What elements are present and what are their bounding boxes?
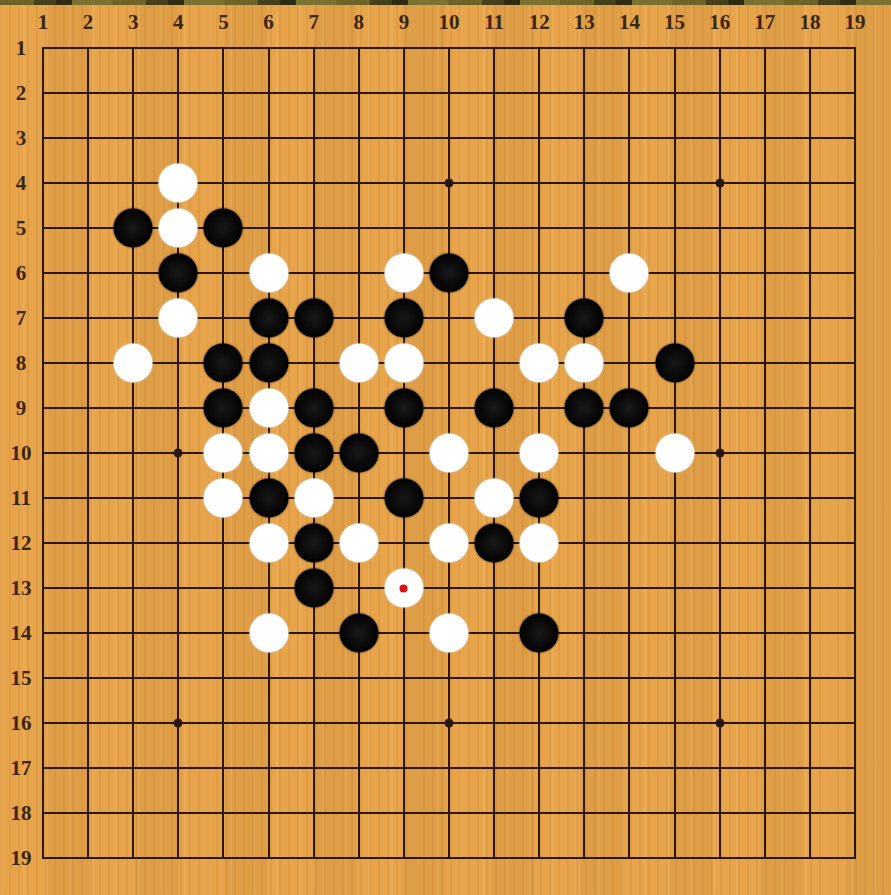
grid-cell <box>313 92 358 137</box>
grid-cell <box>403 92 448 137</box>
column-label-11: 11 <box>484 12 504 33</box>
grid-cell <box>583 767 628 812</box>
row-label-10: 10 <box>11 443 32 464</box>
grid-cell <box>674 812 719 857</box>
grid-cell <box>674 137 719 182</box>
grid-cell <box>809 182 854 227</box>
row-label-5: 5 <box>16 218 27 239</box>
star-point-16-10 <box>715 449 724 458</box>
grid-cell <box>177 632 222 677</box>
column-label-13: 13 <box>574 12 595 33</box>
grid-cell <box>42 722 87 767</box>
grid-cell <box>583 137 628 182</box>
grid-cell <box>132 47 177 92</box>
grid-cell <box>313 182 358 227</box>
stone-white-12-10[interactable] <box>520 434 559 473</box>
grid-cell <box>177 542 222 587</box>
grid-cell <box>809 677 854 722</box>
grid-cell <box>403 722 448 767</box>
column-label-1: 1 <box>38 12 49 33</box>
grid-cell <box>719 767 764 812</box>
star-point-10-16 <box>445 719 454 728</box>
grid-cell <box>809 632 854 677</box>
row-label-9: 9 <box>16 398 27 419</box>
grid-cell <box>313 812 358 857</box>
stone-white-6-14[interactable] <box>249 614 288 653</box>
stone-black-8-10[interactable] <box>339 434 378 473</box>
column-label-15: 15 <box>664 12 685 33</box>
grid-cell <box>809 227 854 272</box>
star-point-4-10 <box>174 449 183 458</box>
column-label-14: 14 <box>619 12 640 33</box>
column-label-2: 2 <box>83 12 94 33</box>
column-label-17: 17 <box>754 12 775 33</box>
grid-cell <box>583 182 628 227</box>
grid-cell <box>809 452 854 497</box>
stone-black-11-12[interactable] <box>475 524 514 563</box>
grid-cell <box>583 722 628 767</box>
grid-cell <box>268 677 313 722</box>
grid-cell <box>719 272 764 317</box>
grid-cell <box>583 542 628 587</box>
stone-white-7-11[interactable] <box>294 479 333 518</box>
stone-white-6-6[interactable] <box>249 254 288 293</box>
grid-cell <box>87 137 132 182</box>
grid-cell <box>719 812 764 857</box>
grid-cell <box>448 47 493 92</box>
grid-cell <box>583 587 628 632</box>
grid-cell <box>719 587 764 632</box>
grid-cell <box>222 47 267 92</box>
column-label-6: 6 <box>263 12 274 33</box>
grid-cell <box>448 677 493 722</box>
stone-black-14-9[interactable] <box>610 389 649 428</box>
grid-cell <box>87 812 132 857</box>
grid-cell <box>42 362 87 407</box>
grid-cell <box>764 227 809 272</box>
grid-cell <box>628 812 673 857</box>
stone-white-6-9[interactable] <box>249 389 288 428</box>
row-label-17: 17 <box>11 758 32 779</box>
stone-white-4-5[interactable] <box>159 209 198 248</box>
grid-cell <box>809 47 854 92</box>
grid-cell <box>809 812 854 857</box>
grid-cell <box>403 812 448 857</box>
grid-cell <box>583 452 628 497</box>
grid-cell <box>809 722 854 767</box>
grid-cell <box>719 182 764 227</box>
grid-cell <box>87 632 132 677</box>
grid-cell <box>583 677 628 722</box>
grid-cell <box>809 272 854 317</box>
grid-cell <box>177 767 222 812</box>
grid-cell <box>448 767 493 812</box>
grid-cell <box>268 812 313 857</box>
row-label-13: 13 <box>11 578 32 599</box>
row-label-15: 15 <box>11 668 32 689</box>
stone-white-9-13[interactable] <box>384 569 423 608</box>
row-label-7: 7 <box>16 308 27 329</box>
grid-cell <box>809 767 854 812</box>
grid-cell <box>764 452 809 497</box>
grid-cell <box>674 677 719 722</box>
grid-cell <box>719 632 764 677</box>
grid-cell <box>313 47 358 92</box>
grid-cell <box>628 182 673 227</box>
column-label-8: 8 <box>354 12 365 33</box>
row-label-14: 14 <box>11 623 32 644</box>
grid-cell <box>674 227 719 272</box>
grid-cell <box>177 92 222 137</box>
grid-cell <box>493 722 538 767</box>
stone-white-10-14[interactable] <box>430 614 469 653</box>
stone-white-4-7[interactable] <box>159 299 198 338</box>
grid-cell <box>719 497 764 542</box>
grid-cell <box>313 227 358 272</box>
grid-cell <box>42 767 87 812</box>
stone-black-5-5[interactable] <box>204 209 243 248</box>
grid-cell <box>268 92 313 137</box>
stone-black-7-7[interactable] <box>294 299 333 338</box>
grid-cell <box>538 812 583 857</box>
grid-cell <box>809 317 854 362</box>
row-label-2: 2 <box>16 83 27 104</box>
grid-cell <box>87 92 132 137</box>
grid-cell <box>764 542 809 587</box>
row-label-16: 16 <box>11 713 32 734</box>
grid-cell <box>42 812 87 857</box>
grid-cell <box>628 677 673 722</box>
grid-cell <box>268 47 313 92</box>
grid-cell <box>719 362 764 407</box>
grid-cell <box>764 317 809 362</box>
grid-cell <box>87 677 132 722</box>
grid-cell <box>87 47 132 92</box>
grid-cell <box>628 92 673 137</box>
grid-cell <box>764 767 809 812</box>
grid-cell <box>538 677 583 722</box>
grid-cell <box>583 812 628 857</box>
star-point-16-4 <box>715 179 724 188</box>
grid-cell <box>674 497 719 542</box>
grid-cell <box>809 587 854 632</box>
grid-cell <box>538 92 583 137</box>
stone-white-11-11[interactable] <box>475 479 514 518</box>
grid-cell <box>628 542 673 587</box>
grid-cell <box>628 722 673 767</box>
top-edge-strip <box>0 0 891 5</box>
grid-cell <box>674 632 719 677</box>
grid-cell <box>764 272 809 317</box>
column-label-7: 7 <box>308 12 319 33</box>
grid-cell <box>628 632 673 677</box>
last-move-marker <box>400 584 408 592</box>
grid-cell <box>809 92 854 137</box>
stone-white-15-10[interactable] <box>655 434 694 473</box>
stone-white-8-12[interactable] <box>339 524 378 563</box>
grid-cell <box>538 137 583 182</box>
grid-cell <box>42 317 87 362</box>
column-label-5: 5 <box>218 12 229 33</box>
stone-black-10-6[interactable] <box>430 254 469 293</box>
grid-cell <box>132 92 177 137</box>
grid-cell <box>674 92 719 137</box>
stone-black-15-8[interactable] <box>655 344 694 383</box>
grid-cell <box>674 542 719 587</box>
grid-cell <box>177 812 222 857</box>
grid-cell <box>674 587 719 632</box>
grid-cell <box>313 767 358 812</box>
star-point-10-4 <box>445 179 454 188</box>
grid-cell <box>719 542 764 587</box>
grid-cell <box>719 227 764 272</box>
grid-cell <box>42 587 87 632</box>
grid-cell <box>583 497 628 542</box>
grid-cell <box>268 722 313 767</box>
grid-cell <box>403 182 448 227</box>
grid-cell <box>719 452 764 497</box>
grid-cell <box>809 137 854 182</box>
grid-cell <box>719 317 764 362</box>
grid-cell <box>87 722 132 767</box>
grid-cell <box>313 137 358 182</box>
stone-black-6-8[interactable] <box>249 344 288 383</box>
grid-cell <box>719 92 764 137</box>
grid-cell <box>493 47 538 92</box>
stone-white-5-11[interactable] <box>204 479 243 518</box>
stone-black-12-11[interactable] <box>520 479 559 518</box>
grid-cell <box>358 92 403 137</box>
grid-cell <box>628 497 673 542</box>
stone-black-5-9[interactable] <box>204 389 243 428</box>
stone-black-6-7[interactable] <box>249 299 288 338</box>
stone-white-5-10[interactable] <box>204 434 243 473</box>
stone-black-13-7[interactable] <box>565 299 604 338</box>
grid-cell <box>719 722 764 767</box>
row-label-4: 4 <box>16 173 27 194</box>
grid-cell <box>493 182 538 227</box>
column-label-10: 10 <box>439 12 460 33</box>
grid-cell <box>448 182 493 227</box>
grid-cell <box>764 182 809 227</box>
grid-cell <box>764 407 809 452</box>
stone-black-5-8[interactable] <box>204 344 243 383</box>
grid-cell <box>42 542 87 587</box>
stone-black-13-9[interactable] <box>565 389 604 428</box>
stone-white-12-8[interactable] <box>520 344 559 383</box>
grid-cell <box>177 722 222 767</box>
grid-cell <box>87 542 132 587</box>
grid-cell <box>719 47 764 92</box>
row-label-8: 8 <box>16 353 27 374</box>
grid-cell <box>628 587 673 632</box>
grid-cell <box>42 137 87 182</box>
stone-black-7-10[interactable] <box>294 434 333 473</box>
stone-black-7-13[interactable] <box>294 569 333 608</box>
stone-black-11-9[interactable] <box>475 389 514 428</box>
row-label-18: 18 <box>11 803 32 824</box>
go-board[interactable]: 12345678910111213141516171819 1234567891… <box>0 0 891 895</box>
grid-cell <box>42 452 87 497</box>
grid-cell <box>132 632 177 677</box>
grid-cell <box>268 182 313 227</box>
grid-cell <box>42 182 87 227</box>
grid-cell <box>222 677 267 722</box>
row-label-12: 12 <box>11 533 32 554</box>
grid-cell <box>132 407 177 452</box>
grid-cell <box>764 812 809 857</box>
grid-cell <box>358 767 403 812</box>
grid-cell <box>764 722 809 767</box>
grid-cell <box>87 497 132 542</box>
grid-cell <box>628 47 673 92</box>
grid-cell <box>132 542 177 587</box>
grid-cell <box>538 767 583 812</box>
grid-cell <box>42 227 87 272</box>
grid-cell <box>493 137 538 182</box>
grid-cell <box>493 767 538 812</box>
stone-black-4-6[interactable] <box>159 254 198 293</box>
grid-cell <box>764 362 809 407</box>
grid-cell <box>42 272 87 317</box>
grid-cell <box>764 587 809 632</box>
grid-cell <box>403 677 448 722</box>
grid-cell <box>764 137 809 182</box>
grid-cell <box>764 47 809 92</box>
grid-cell <box>42 677 87 722</box>
row-label-19: 19 <box>11 848 32 869</box>
grid-cell <box>538 227 583 272</box>
grid-cell <box>42 497 87 542</box>
stone-black-12-14[interactable] <box>520 614 559 653</box>
grid-cell <box>809 362 854 407</box>
grid-cell <box>809 542 854 587</box>
grid-cell <box>358 722 403 767</box>
grid-cell <box>42 632 87 677</box>
grid-cell <box>177 587 222 632</box>
grid-cell <box>222 722 267 767</box>
grid-cell <box>538 722 583 767</box>
grid-cell <box>448 137 493 182</box>
stone-white-4-4[interactable] <box>159 164 198 203</box>
row-label-3: 3 <box>16 128 27 149</box>
grid-cell <box>42 407 87 452</box>
grid-cell <box>628 137 673 182</box>
grid-cell <box>493 812 538 857</box>
grid-cell <box>313 677 358 722</box>
grid-cell <box>583 47 628 92</box>
grid-cell <box>132 677 177 722</box>
grid-cell <box>87 767 132 812</box>
grid-cell <box>87 272 132 317</box>
grid-cell <box>764 92 809 137</box>
grid-cell <box>132 452 177 497</box>
stone-black-9-7[interactable] <box>384 299 423 338</box>
grid-cell <box>87 407 132 452</box>
grid-cell <box>403 767 448 812</box>
grid-cell <box>87 587 132 632</box>
row-label-6: 6 <box>16 263 27 284</box>
grid-cell <box>132 497 177 542</box>
stone-white-14-6[interactable] <box>610 254 649 293</box>
column-label-19: 19 <box>845 12 866 33</box>
grid-cell <box>674 272 719 317</box>
grid-cell <box>719 407 764 452</box>
stone-black-9-11[interactable] <box>384 479 423 518</box>
grid-cell <box>448 722 493 767</box>
stone-white-6-10[interactable] <box>249 434 288 473</box>
grid-cell <box>358 137 403 182</box>
stone-white-3-8[interactable] <box>114 344 153 383</box>
grid-cell <box>222 767 267 812</box>
stone-white-10-12[interactable] <box>430 524 469 563</box>
grid-cell <box>222 137 267 182</box>
stone-white-9-8[interactable] <box>384 344 423 383</box>
grid-cell <box>538 182 583 227</box>
grid-cell <box>448 812 493 857</box>
stone-black-6-11[interactable] <box>249 479 288 518</box>
grid-cell <box>132 812 177 857</box>
grid-cell <box>764 632 809 677</box>
grid-cell <box>448 92 493 137</box>
stone-black-9-9[interactable] <box>384 389 423 428</box>
grid-cell <box>403 137 448 182</box>
grid-cell <box>809 497 854 542</box>
star-point-4-16 <box>174 719 183 728</box>
grid-cell <box>403 47 448 92</box>
grid-cell <box>719 677 764 722</box>
grid-cell <box>132 587 177 632</box>
grid-cell <box>674 722 719 767</box>
grid-cell <box>358 677 403 722</box>
stone-white-11-7[interactable] <box>475 299 514 338</box>
grid-cell <box>358 812 403 857</box>
grid-cell <box>222 812 267 857</box>
stone-white-9-6[interactable] <box>384 254 423 293</box>
grid-cell <box>719 137 764 182</box>
stone-white-13-8[interactable] <box>565 344 604 383</box>
grid-cell <box>674 767 719 812</box>
grid-cell <box>583 632 628 677</box>
grid-cell <box>222 92 267 137</box>
column-label-4: 4 <box>173 12 184 33</box>
grid-cell <box>177 677 222 722</box>
column-label-3: 3 <box>128 12 139 33</box>
grid-cell <box>764 677 809 722</box>
grid-cell <box>132 722 177 767</box>
grid-cell <box>87 452 132 497</box>
grid-cell <box>358 182 403 227</box>
stone-black-3-5[interactable] <box>114 209 153 248</box>
grid-cell <box>42 47 87 92</box>
stone-black-8-14[interactable] <box>339 614 378 653</box>
column-label-18: 18 <box>799 12 820 33</box>
grid-cell <box>493 227 538 272</box>
grid-cell <box>313 722 358 767</box>
grid-cell <box>809 407 854 452</box>
grid-cell <box>358 47 403 92</box>
stone-white-8-8[interactable] <box>339 344 378 383</box>
star-point-16-16 <box>715 719 724 728</box>
stone-black-7-12[interactable] <box>294 524 333 563</box>
stone-white-6-12[interactable] <box>249 524 288 563</box>
stone-black-7-9[interactable] <box>294 389 333 428</box>
stone-white-12-12[interactable] <box>520 524 559 563</box>
grid-cell <box>268 767 313 812</box>
row-label-1: 1 <box>16 38 27 59</box>
stone-white-10-10[interactable] <box>430 434 469 473</box>
grid-cell <box>628 767 673 812</box>
